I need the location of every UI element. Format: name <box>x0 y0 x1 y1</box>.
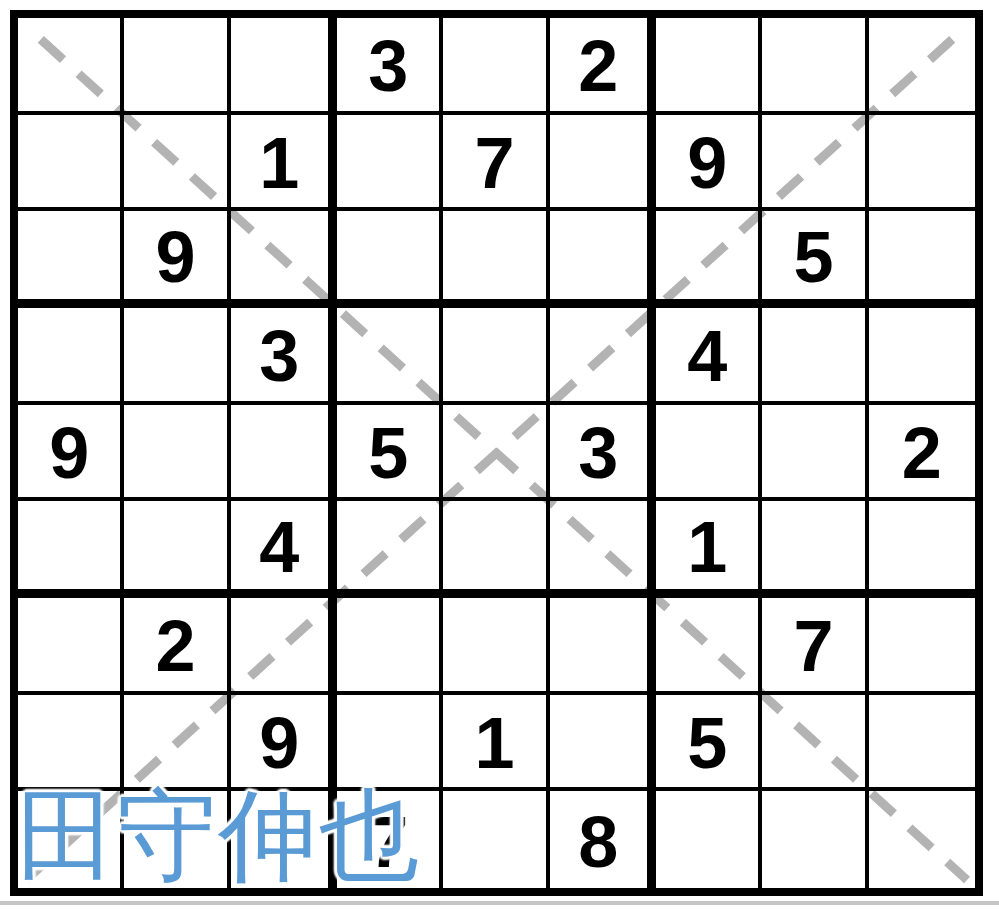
cell-r2c2[interactable] <box>124 115 230 212</box>
cell-r4c5[interactable] <box>443 308 549 405</box>
cell-r7c6[interactable] <box>550 598 656 695</box>
cell-r4c4[interactable] <box>337 308 443 405</box>
given-digit: 2 <box>902 417 942 489</box>
given-digit: 2 <box>578 30 618 102</box>
cell-r1c6: 2 <box>550 18 656 115</box>
cell-r1c8[interactable] <box>762 18 868 115</box>
cell-r8c4[interactable] <box>337 695 443 792</box>
given-digit: 9 <box>49 417 89 489</box>
cell-r7c2: 2 <box>124 598 230 695</box>
cell-r7c5[interactable] <box>443 598 549 695</box>
cell-r6c5[interactable] <box>443 501 549 598</box>
cell-r2c9[interactable] <box>869 115 975 212</box>
cell-r5c4: 5 <box>337 405 443 502</box>
cell-r5c1: 9 <box>18 405 124 502</box>
cell-r3c3[interactable] <box>231 211 337 308</box>
cell-r5c2[interactable] <box>124 405 230 502</box>
sudoku-board: 3217995349532412791578 <box>10 10 983 896</box>
cell-r2c6[interactable] <box>550 115 656 212</box>
given-digit: 2 <box>155 610 195 682</box>
given-digit: 7 <box>793 610 833 682</box>
given-digit: 1 <box>259 127 299 199</box>
cell-r6c9[interactable] <box>869 501 975 598</box>
cell-r9c8[interactable] <box>762 791 868 888</box>
cell-r5c8[interactable] <box>762 405 868 502</box>
cell-r7c3[interactable] <box>231 598 337 695</box>
given-digit: 1 <box>474 707 514 779</box>
cell-r7c7[interactable] <box>656 598 762 695</box>
cell-r1c5[interactable] <box>443 18 549 115</box>
given-digit: 3 <box>368 30 408 102</box>
cell-r3c4[interactable] <box>337 211 443 308</box>
cell-r1c4: 3 <box>337 18 443 115</box>
cell-r2c4[interactable] <box>337 115 443 212</box>
cell-r6c4[interactable] <box>337 501 443 598</box>
cell-r9c7[interactable] <box>656 791 762 888</box>
cell-r8c5: 1 <box>443 695 549 792</box>
cell-r3c9[interactable] <box>869 211 975 308</box>
cell-r2c8[interactable] <box>762 115 868 212</box>
given-digit: 1 <box>687 511 727 583</box>
cell-r3c6[interactable] <box>550 211 656 308</box>
cell-r6c6[interactable] <box>550 501 656 598</box>
cell-r8c3: 9 <box>231 695 337 792</box>
cell-r8c1[interactable] <box>18 695 124 792</box>
cell-r7c9[interactable] <box>869 598 975 695</box>
cell-r2c1[interactable] <box>18 115 124 212</box>
sudoku-grid: 3217995349532412791578 <box>18 18 975 888</box>
given-digit: 9 <box>687 127 727 199</box>
cell-r6c2[interactable] <box>124 501 230 598</box>
cell-r5c6: 3 <box>550 405 656 502</box>
cell-r3c5[interactable] <box>443 211 549 308</box>
given-digit: 7 <box>368 806 408 878</box>
given-digit: 9 <box>259 707 299 779</box>
cell-r3c1[interactable] <box>18 211 124 308</box>
given-digit: 5 <box>687 707 727 779</box>
given-digit: 8 <box>578 806 618 878</box>
page: 3217995349532412791578 田守伸也 <box>0 0 999 911</box>
cell-r4c3: 3 <box>231 308 337 405</box>
given-digit: 9 <box>155 221 195 293</box>
cell-r1c1[interactable] <box>18 18 124 115</box>
given-digit: 3 <box>578 417 618 489</box>
cell-r4c1[interactable] <box>18 308 124 405</box>
cell-r9c1[interactable] <box>18 791 124 888</box>
cell-r6c7: 1 <box>656 501 762 598</box>
cell-r3c7[interactable] <box>656 211 762 308</box>
cell-r9c4: 7 <box>337 791 443 888</box>
cell-r5c5[interactable] <box>443 405 549 502</box>
cell-r7c8: 7 <box>762 598 868 695</box>
cell-r9c5[interactable] <box>443 791 549 888</box>
cell-r8c9[interactable] <box>869 695 975 792</box>
cell-r8c8[interactable] <box>762 695 868 792</box>
given-digit: 4 <box>687 320 727 392</box>
cell-r8c2[interactable] <box>124 695 230 792</box>
given-digit: 4 <box>259 511 299 583</box>
cell-r1c9[interactable] <box>869 18 975 115</box>
given-digit: 5 <box>368 417 408 489</box>
given-digit: 3 <box>259 320 299 392</box>
cell-r5c3[interactable] <box>231 405 337 502</box>
cell-r7c4[interactable] <box>337 598 443 695</box>
cell-r5c9: 2 <box>869 405 975 502</box>
given-digit: 5 <box>793 221 833 293</box>
cell-r2c5: 7 <box>443 115 549 212</box>
cell-r9c2[interactable] <box>124 791 230 888</box>
cell-r1c2[interactable] <box>124 18 230 115</box>
cell-r5c7[interactable] <box>656 405 762 502</box>
cell-r1c7[interactable] <box>656 18 762 115</box>
cell-r4c2[interactable] <box>124 308 230 405</box>
cell-r3c8: 5 <box>762 211 868 308</box>
cell-r1c3[interactable] <box>231 18 337 115</box>
cell-r4c8[interactable] <box>762 308 868 405</box>
cell-r3c2: 9 <box>124 211 230 308</box>
cell-r2c3: 1 <box>231 115 337 212</box>
cell-r4c9[interactable] <box>869 308 975 405</box>
cell-r8c7: 5 <box>656 695 762 792</box>
cell-r6c3: 4 <box>231 501 337 598</box>
cell-r6c8[interactable] <box>762 501 868 598</box>
cell-r6c1[interactable] <box>18 501 124 598</box>
cell-r9c3[interactable] <box>231 791 337 888</box>
given-digit: 7 <box>474 127 514 199</box>
page-bottom-divider <box>0 901 999 905</box>
cell-r9c9[interactable] <box>869 791 975 888</box>
cell-r4c7: 4 <box>656 308 762 405</box>
cell-r7c1[interactable] <box>18 598 124 695</box>
cell-r4c6[interactable] <box>550 308 656 405</box>
cell-r9c6: 8 <box>550 791 656 888</box>
cell-r8c6[interactable] <box>550 695 656 792</box>
cell-r2c7: 9 <box>656 115 762 212</box>
